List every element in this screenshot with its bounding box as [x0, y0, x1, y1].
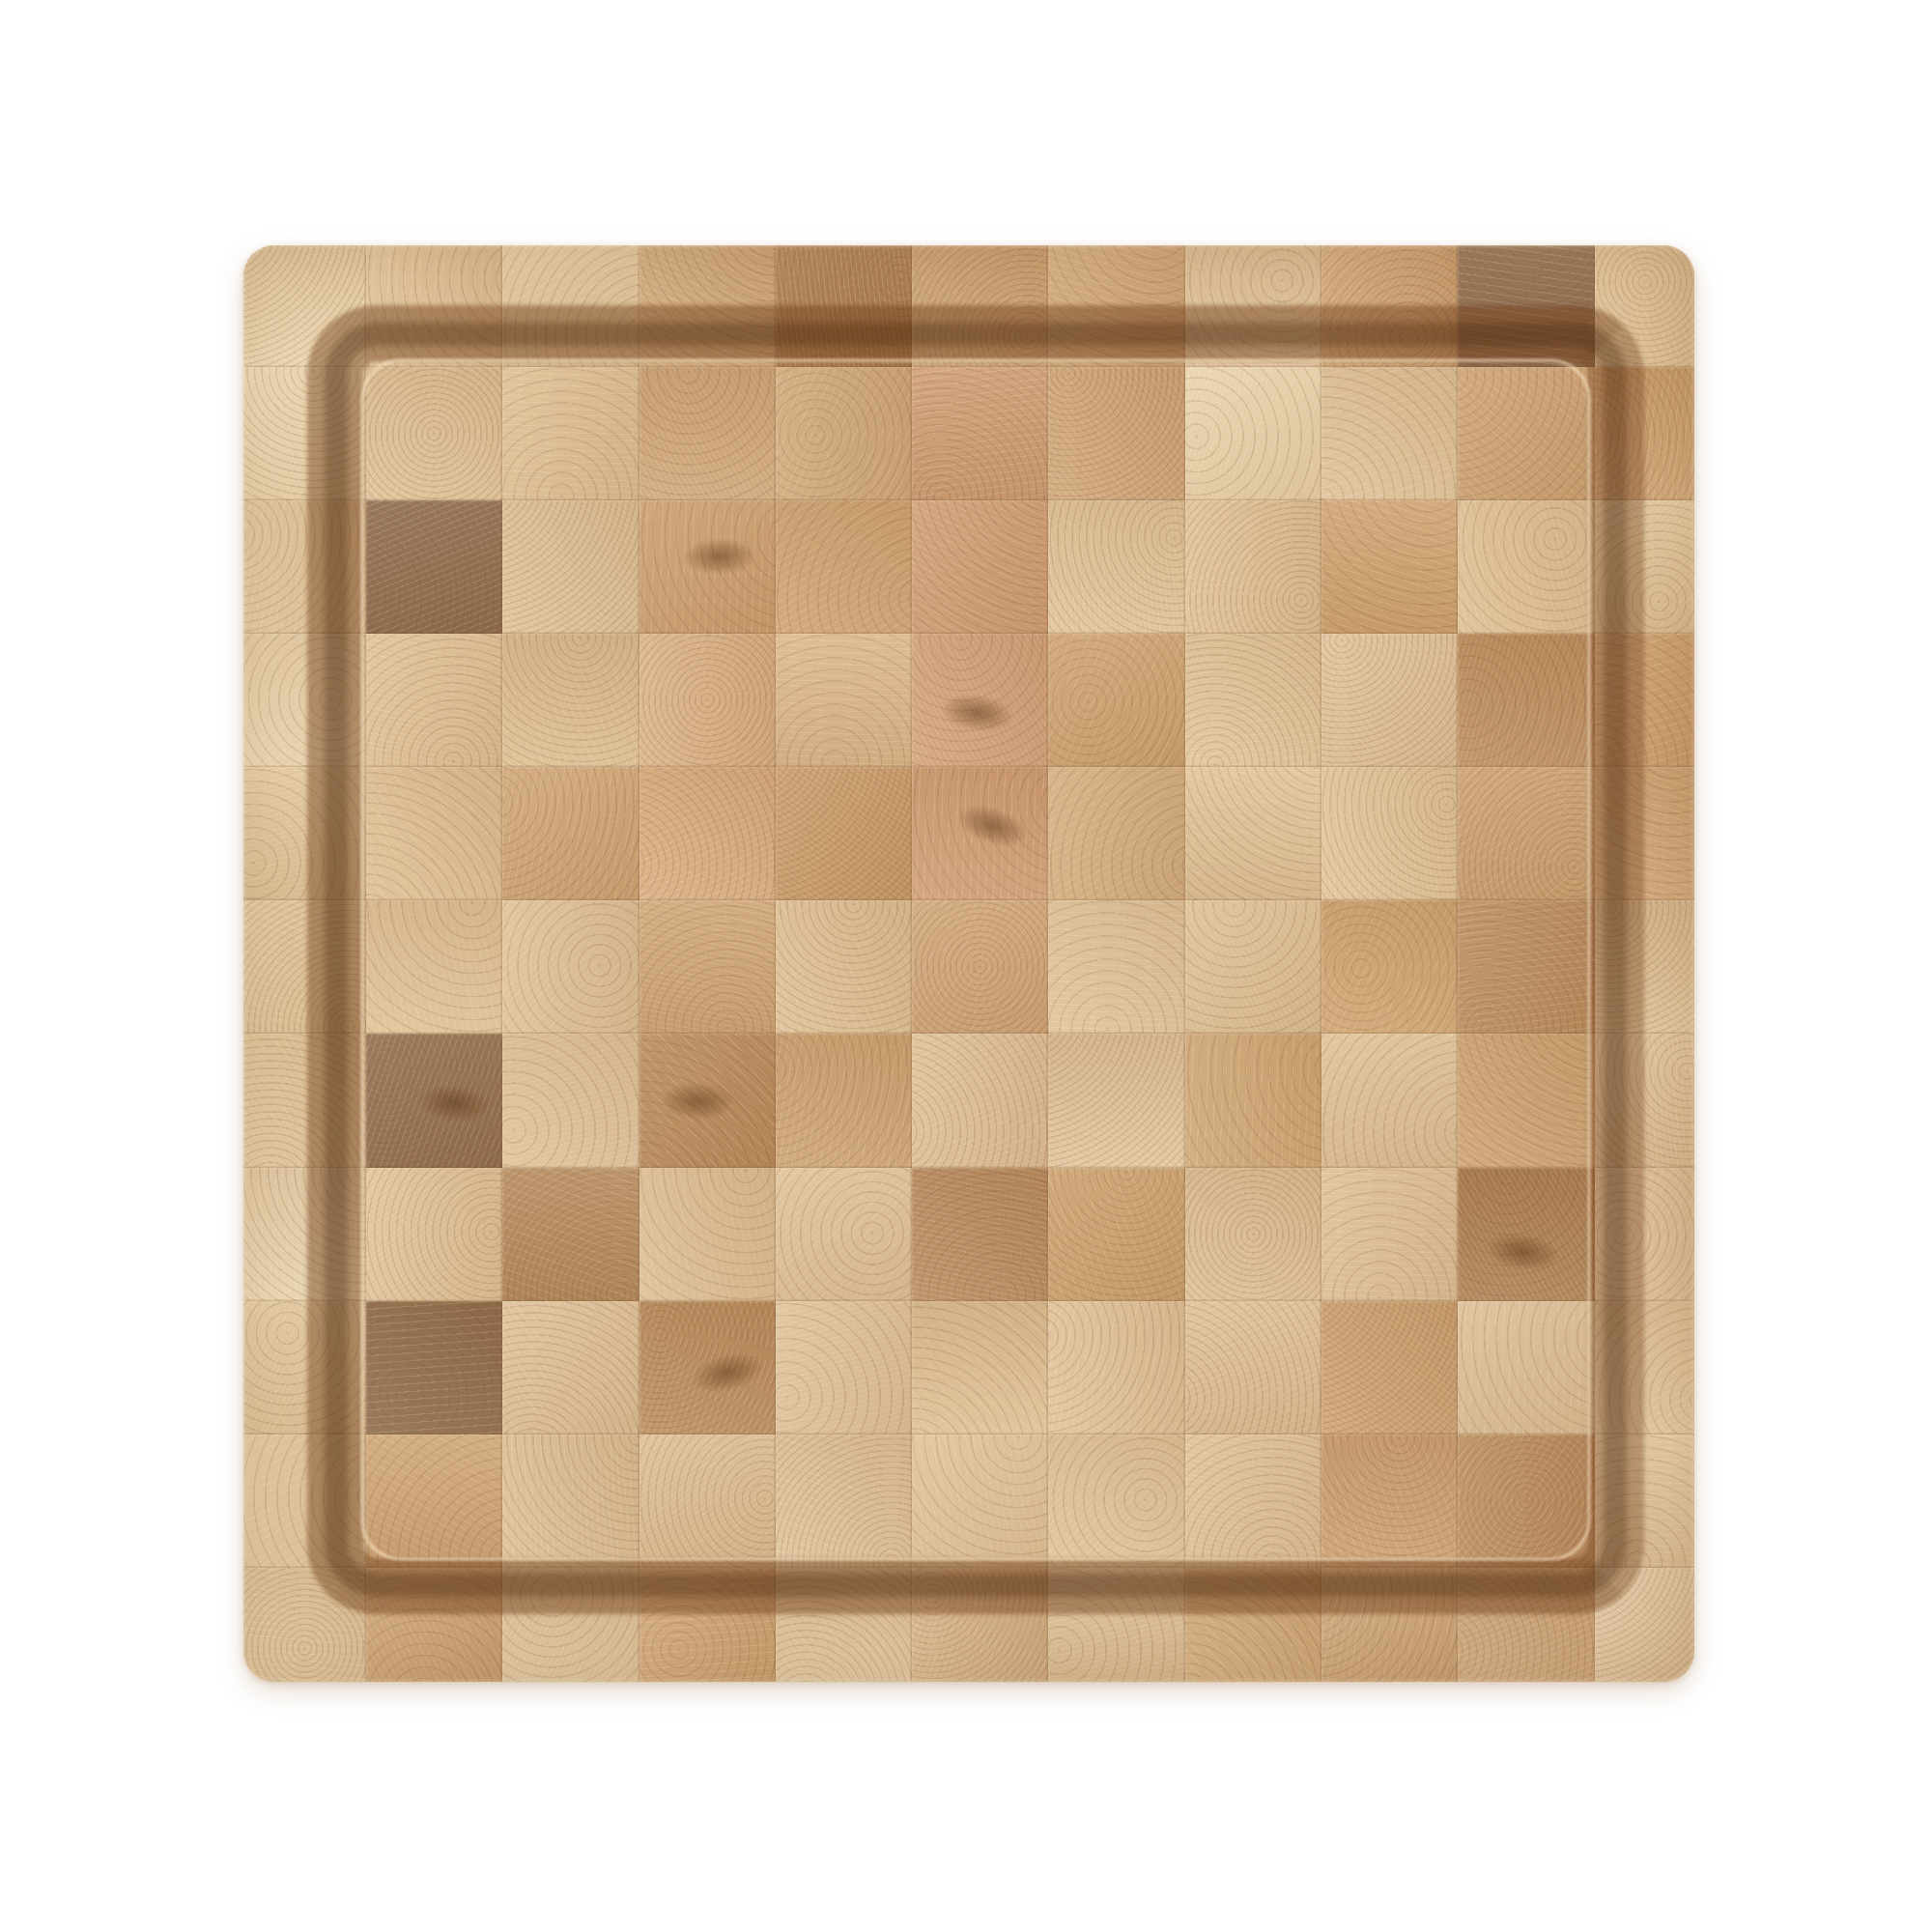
wood-knot — [684, 539, 755, 575]
board-cell — [639, 1168, 776, 1301]
board-cell — [639, 245, 776, 367]
board-cell — [776, 1301, 912, 1435]
board-cell — [1048, 1168, 1184, 1301]
board-cell — [912, 245, 1048, 367]
board-cell — [1595, 1168, 1694, 1301]
board-cell — [1458, 767, 1594, 900]
board-cell — [639, 634, 776, 767]
board-cell — [366, 1301, 502, 1435]
board-cell — [366, 767, 502, 900]
board-cell — [776, 634, 912, 767]
board-cell — [1321, 1568, 1458, 1682]
board-cell — [639, 1568, 776, 1682]
board-cell — [1458, 900, 1594, 1034]
board-cell — [1458, 1435, 1594, 1568]
board-cell — [1321, 1034, 1458, 1167]
board-cell — [639, 767, 776, 900]
board-cell — [912, 767, 1048, 900]
board-cell — [639, 1435, 776, 1568]
board-cell — [366, 634, 502, 767]
wood-knot — [418, 1083, 492, 1123]
board-cell — [243, 1168, 366, 1301]
board-cell — [639, 1301, 776, 1435]
board-cell — [1595, 1435, 1694, 1568]
board-cell — [1321, 367, 1458, 500]
board-cell — [502, 1301, 639, 1435]
board-cell — [502, 1168, 639, 1301]
board-cell — [776, 1168, 912, 1301]
board-cell — [639, 1034, 776, 1167]
board-cell — [776, 1568, 912, 1682]
board-cell — [912, 367, 1048, 500]
board-cell — [1185, 767, 1321, 900]
board-cell — [1458, 1168, 1594, 1301]
board-cell — [1185, 367, 1321, 500]
board-cell — [502, 1435, 639, 1568]
board-cell — [502, 367, 639, 500]
board-cell — [1048, 1034, 1184, 1167]
board-cell — [243, 1435, 366, 1568]
board-cell — [366, 1435, 502, 1568]
board-cell — [1321, 1435, 1458, 1568]
board-cell — [1458, 1568, 1594, 1682]
board-cell — [502, 900, 639, 1034]
board-cell — [1595, 1034, 1694, 1167]
board-cell — [243, 900, 366, 1034]
board-cell — [243, 1301, 366, 1435]
board-cell — [1458, 634, 1594, 767]
board-cell — [366, 500, 502, 634]
board-cell — [1595, 1568, 1694, 1682]
board-cell — [1321, 500, 1458, 634]
board-cell — [912, 1301, 1048, 1435]
board-cell — [366, 1568, 502, 1682]
board-cell — [502, 1034, 639, 1167]
board-cell — [1185, 634, 1321, 767]
board-cell — [912, 1568, 1048, 1682]
board-cell — [1595, 900, 1694, 1034]
board-cell — [639, 367, 776, 500]
board-cell — [1048, 1301, 1184, 1435]
board-cell — [502, 245, 639, 367]
board-cell — [243, 245, 366, 367]
board-cell — [1321, 634, 1458, 767]
board-cell — [1595, 767, 1694, 900]
wood-knot — [662, 1082, 734, 1121]
board-cell — [502, 500, 639, 634]
board-cell — [1185, 1301, 1321, 1435]
board-cell — [1321, 767, 1458, 900]
board-cell — [776, 367, 912, 500]
board-cell — [243, 1034, 366, 1167]
board-cell — [502, 1568, 639, 1682]
board-cell — [1458, 1301, 1594, 1435]
board-cell — [1458, 500, 1594, 634]
board-cell — [1321, 1168, 1458, 1301]
board-cell — [1048, 900, 1184, 1034]
board-cell — [776, 245, 912, 367]
board-cell — [243, 500, 366, 634]
board-cell — [1458, 1034, 1594, 1167]
board-cell — [1185, 1568, 1321, 1682]
board-cell — [243, 634, 366, 767]
board-cell — [776, 900, 912, 1034]
board-grid — [243, 245, 1694, 1682]
board-cell — [1048, 767, 1184, 900]
board-cell — [366, 900, 502, 1034]
board-cell — [366, 245, 502, 367]
board-cell — [1185, 1168, 1321, 1301]
wood-knot — [940, 691, 1015, 735]
board-cell — [912, 634, 1048, 767]
board-cell — [1048, 1568, 1184, 1682]
cutting-board — [243, 245, 1694, 1682]
board-cell — [1185, 1034, 1321, 1167]
board-cell — [1185, 245, 1321, 367]
board-cell — [366, 1168, 502, 1301]
board-cell — [1048, 1435, 1184, 1568]
board-cell — [1458, 367, 1594, 500]
board-cell — [639, 900, 776, 1034]
wood-knot — [689, 1347, 766, 1399]
board-cell — [1595, 634, 1694, 767]
board-cell — [243, 367, 366, 500]
board-cell — [912, 1435, 1048, 1568]
board-cell — [1048, 634, 1184, 767]
board-cell — [1048, 367, 1184, 500]
board-cell — [1595, 500, 1694, 634]
board-cell — [243, 1568, 366, 1682]
wood-knot — [953, 798, 1032, 854]
board-cell — [776, 1435, 912, 1568]
board-cell — [366, 1034, 502, 1167]
board-cell — [912, 1168, 1048, 1301]
board-cell — [639, 500, 776, 634]
photo-background — [0, 0, 1932, 1932]
board-cell — [776, 767, 912, 900]
board-cell — [1048, 245, 1184, 367]
wood-knot — [1486, 1230, 1561, 1274]
board-cell — [912, 500, 1048, 634]
board-cell — [366, 367, 502, 500]
board-cell — [1321, 245, 1458, 367]
board-cell — [1321, 1301, 1458, 1435]
board-cell — [1595, 367, 1694, 500]
board-cell — [1048, 500, 1184, 634]
board-cell — [912, 1034, 1048, 1167]
board-cell — [1185, 900, 1321, 1034]
board-cell — [1458, 245, 1594, 367]
board-cell — [776, 500, 912, 634]
board-cell — [243, 767, 366, 900]
board-cell — [502, 634, 639, 767]
board-cell — [1595, 1301, 1694, 1435]
board-cell — [502, 767, 639, 900]
board-cell — [912, 900, 1048, 1034]
board-cell — [1185, 500, 1321, 634]
board-cell — [1595, 245, 1694, 367]
board-cell — [1185, 1435, 1321, 1568]
board-cell — [1321, 900, 1458, 1034]
board-cell — [776, 1034, 912, 1167]
